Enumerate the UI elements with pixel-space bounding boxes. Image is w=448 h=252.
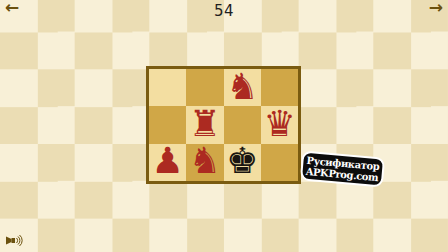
piece-red-knight[interactable]: ♞ [226, 69, 258, 105]
board-square[interactable] [261, 69, 298, 106]
piece-red-rook[interactable]: ♜ [189, 106, 221, 142]
piece-red-queen[interactable]: ♛ [264, 106, 296, 142]
piece-red-pawn[interactable]: ♟ [152, 144, 184, 180]
level-counter: 54 [0, 2, 448, 20]
board-square[interactable]: ♞ [186, 144, 223, 181]
board-square[interactable]: ♛ [261, 106, 298, 143]
piece-red-knight[interactable]: ♞ [189, 144, 221, 180]
speaker-icon [6, 234, 24, 247]
board-square[interactable] [149, 106, 186, 143]
sound-toggle-button[interactable] [5, 234, 25, 249]
board-square[interactable]: ♟ [149, 144, 186, 181]
game-screen: ← 54 → ♞♜♛♟♞♚ Русификатор APKProg.com [0, 0, 448, 252]
board-square[interactable]: ♜ [186, 106, 223, 143]
board-square[interactable] [224, 106, 261, 143]
piece-black-king[interactable]: ♚ [226, 144, 258, 180]
board-square[interactable] [186, 69, 223, 106]
next-level-button[interactable]: → [427, 0, 445, 18]
board-square[interactable] [261, 144, 298, 181]
watermark-badge: Русификатор APKProg.com [300, 150, 385, 187]
board-square[interactable] [149, 69, 186, 106]
board-square[interactable]: ♞ [224, 69, 261, 106]
board-square[interactable]: ♚ [224, 144, 261, 181]
chess-board: ♞♜♛♟♞♚ [146, 66, 301, 184]
